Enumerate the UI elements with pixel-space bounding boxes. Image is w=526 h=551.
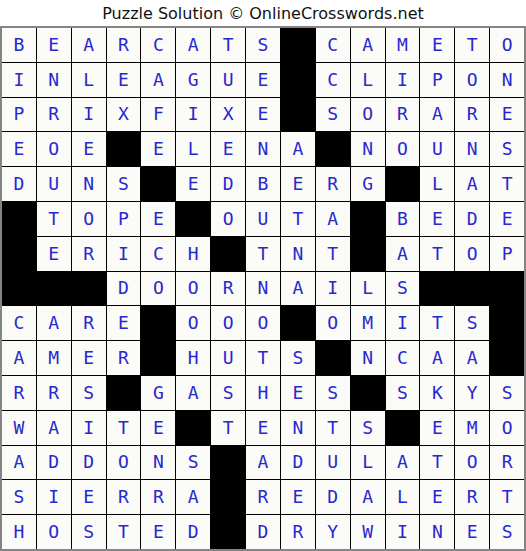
letter-cell: B	[386, 202, 420, 236]
letter-cell: X	[107, 98, 141, 132]
letter-cell: R	[107, 341, 141, 375]
black-cell	[490, 306, 524, 340]
black-cell	[211, 480, 245, 514]
letter-cell: N	[455, 132, 489, 166]
letter-cell: I	[2, 63, 36, 97]
letter-cell: M	[455, 411, 489, 445]
letter-cell: K	[420, 376, 454, 410]
letter-cell: C	[316, 28, 350, 62]
letter-cell: E	[455, 515, 489, 549]
letter-cell: O	[176, 306, 210, 340]
black-cell	[211, 515, 245, 549]
letter-cell: R	[72, 237, 106, 271]
letter-cell: N	[141, 446, 175, 480]
black-cell	[281, 98, 315, 132]
letter-cell: T	[246, 237, 280, 271]
letter-cell: O	[490, 411, 524, 445]
letter-cell: E	[107, 63, 141, 97]
letter-cell: E	[72, 341, 106, 375]
letter-cell: D	[455, 202, 489, 236]
letter-cell: O	[211, 202, 245, 236]
letter-cell: N	[281, 237, 315, 271]
letter-cell: S	[72, 515, 106, 549]
letter-cell: S	[490, 515, 524, 549]
letter-cell: E	[141, 202, 175, 236]
letter-cell: T	[37, 202, 71, 236]
letter-cell: A	[386, 446, 420, 480]
black-cell	[2, 237, 36, 271]
letter-cell: E	[281, 167, 315, 201]
letter-cell: A	[72, 28, 106, 62]
letter-cell: T	[246, 341, 280, 375]
letter-cell: O	[351, 98, 385, 132]
letter-cell: E	[420, 28, 454, 62]
letter-cell: T	[316, 237, 350, 271]
letter-cell: E	[141, 411, 175, 445]
letter-cell: P	[490, 237, 524, 271]
letter-cell: E	[246, 411, 280, 445]
letter-cell: E	[72, 480, 106, 514]
letter-cell: A	[281, 272, 315, 306]
letter-cell: T	[420, 237, 454, 271]
letter-cell: E	[211, 132, 245, 166]
letter-cell: O	[211, 306, 245, 340]
letter-cell: I	[386, 515, 420, 549]
letter-cell: C	[2, 306, 36, 340]
letter-cell: O	[72, 202, 106, 236]
letter-cell: E	[37, 28, 71, 62]
letter-cell: L	[351, 446, 385, 480]
letter-cell: A	[2, 341, 36, 375]
letter-cell: I	[72, 411, 106, 445]
letter-cell: R	[107, 480, 141, 514]
black-cell	[2, 272, 36, 306]
letter-cell: R	[246, 480, 280, 514]
letter-cell: O	[386, 132, 420, 166]
letter-cell: N	[351, 132, 385, 166]
letter-cell: D	[281, 446, 315, 480]
letter-cell: T	[107, 411, 141, 445]
letter-cell: N	[246, 132, 280, 166]
letter-cell: O	[37, 515, 71, 549]
letter-cell: O	[455, 446, 489, 480]
letter-cell: E	[72, 132, 106, 166]
letter-cell: S	[490, 132, 524, 166]
black-cell	[211, 446, 245, 480]
letter-cell: H	[176, 237, 210, 271]
letter-cell: S	[176, 446, 210, 480]
letter-cell: O	[455, 63, 489, 97]
letter-cell: N	[420, 515, 454, 549]
letter-cell: N	[37, 63, 71, 97]
black-cell	[72, 272, 106, 306]
letter-cell: R	[2, 376, 36, 410]
letter-cell: C	[141, 237, 175, 271]
letter-cell: T	[490, 480, 524, 514]
letter-cell: N	[72, 167, 106, 201]
letter-cell: A	[37, 306, 71, 340]
black-cell	[211, 237, 245, 271]
letter-cell: R	[72, 306, 106, 340]
crossword-grid: BEARCATSCAMETOINLEAGUECLIPONPRIXFIXESORA…	[0, 26, 526, 551]
letter-cell: O	[37, 132, 71, 166]
letter-cell: D	[316, 480, 350, 514]
letter-cell: H	[246, 376, 280, 410]
letter-cell: G	[351, 167, 385, 201]
letter-cell: F	[141, 98, 175, 132]
letter-cell: U	[37, 167, 71, 201]
letter-cell: A	[141, 63, 175, 97]
letter-cell: M	[386, 28, 420, 62]
letter-cell: L	[351, 272, 385, 306]
letter-cell: L	[420, 167, 454, 201]
letter-cell: A	[420, 98, 454, 132]
letter-cell: O	[316, 306, 350, 340]
letter-cell: S	[351, 411, 385, 445]
letter-cell: A	[420, 341, 454, 375]
letter-cell: A	[176, 28, 210, 62]
letter-cell: E	[246, 98, 280, 132]
letter-cell: T	[107, 515, 141, 549]
black-cell	[386, 167, 420, 201]
letter-cell: G	[176, 63, 210, 97]
black-cell	[141, 167, 175, 201]
letter-cell: U	[246, 202, 280, 236]
letter-cell: O	[455, 237, 489, 271]
letter-cell: O	[141, 272, 175, 306]
letter-cell: E	[490, 98, 524, 132]
letter-cell: E	[281, 480, 315, 514]
letter-cell: E	[107, 306, 141, 340]
letter-cell: R	[455, 98, 489, 132]
black-cell	[316, 341, 350, 375]
letter-cell: R	[107, 28, 141, 62]
letter-cell: E	[281, 376, 315, 410]
black-cell	[420, 272, 454, 306]
letter-cell: A	[455, 167, 489, 201]
letter-cell: S	[2, 480, 36, 514]
letter-cell: A	[351, 480, 385, 514]
black-cell	[316, 132, 350, 166]
letter-cell: N	[351, 341, 385, 375]
letter-cell: A	[316, 202, 350, 236]
letter-cell: E	[37, 237, 71, 271]
letter-cell: C	[386, 341, 420, 375]
letter-cell: S	[386, 272, 420, 306]
letter-cell: T	[490, 167, 524, 201]
letter-cell: R	[141, 480, 175, 514]
letter-cell: E	[420, 202, 454, 236]
black-cell	[176, 202, 210, 236]
black-cell	[141, 341, 175, 375]
letter-cell: B	[2, 28, 36, 62]
letter-cell: Y	[316, 515, 350, 549]
letter-cell: T	[211, 411, 245, 445]
black-cell	[141, 306, 175, 340]
letter-cell: S	[211, 376, 245, 410]
letter-cell: P	[420, 63, 454, 97]
letter-cell: R	[386, 98, 420, 132]
letter-cell: E	[246, 63, 280, 97]
black-cell	[281, 28, 315, 62]
letter-cell: A	[176, 376, 210, 410]
letter-cell: O	[246, 306, 280, 340]
letter-cell: O	[490, 28, 524, 62]
letter-cell: H	[176, 341, 210, 375]
letter-cell: A	[37, 411, 71, 445]
letter-cell: U	[420, 132, 454, 166]
letter-cell: D	[176, 515, 210, 549]
letter-cell: A	[351, 28, 385, 62]
letter-cell: D	[37, 446, 71, 480]
letter-cell: N	[490, 63, 524, 97]
black-cell	[351, 376, 385, 410]
letter-cell: I	[386, 63, 420, 97]
letter-cell: S	[490, 376, 524, 410]
letter-cell: S	[316, 98, 350, 132]
letter-cell: O	[176, 272, 210, 306]
letter-cell: W	[351, 515, 385, 549]
letter-cell: I	[37, 480, 71, 514]
letter-cell: I	[176, 98, 210, 132]
letter-cell: U	[316, 446, 350, 480]
letter-cell: A	[2, 446, 36, 480]
letter-cell: R	[37, 376, 71, 410]
letter-cell: W	[2, 411, 36, 445]
letter-cell: S	[316, 376, 350, 410]
letter-cell: R	[316, 167, 350, 201]
letter-cell: L	[351, 63, 385, 97]
black-cell	[386, 411, 420, 445]
letter-cell: D	[2, 167, 36, 201]
letter-cell: L	[72, 63, 106, 97]
black-cell	[2, 202, 36, 236]
puzzle-solution-page: Puzzle Solution © OnlineCrosswords.net B…	[0, 0, 526, 551]
letter-cell: I	[72, 98, 106, 132]
black-cell	[351, 237, 385, 271]
letter-cell: S	[386, 376, 420, 410]
letter-cell: E	[141, 132, 175, 166]
letter-cell: R	[211, 272, 245, 306]
letter-cell: B	[246, 167, 280, 201]
letter-cell: E	[490, 202, 524, 236]
letter-cell: E	[176, 167, 210, 201]
letter-cell: I	[316, 272, 350, 306]
letter-cell: D	[211, 167, 245, 201]
letter-cell: U	[211, 63, 245, 97]
letter-cell: E	[420, 480, 454, 514]
letter-cell: T	[281, 202, 315, 236]
black-cell	[37, 272, 71, 306]
black-cell	[281, 306, 315, 340]
letter-cell: X	[211, 98, 245, 132]
letter-cell: O	[107, 446, 141, 480]
black-cell	[107, 132, 141, 166]
black-cell	[176, 411, 210, 445]
letter-cell: R	[490, 446, 524, 480]
letter-cell: T	[455, 28, 489, 62]
letter-cell: T	[420, 306, 454, 340]
letter-cell: Y	[455, 376, 489, 410]
letter-cell: E	[2, 132, 36, 166]
letter-cell: E	[420, 411, 454, 445]
black-cell	[281, 63, 315, 97]
letter-cell: N	[246, 272, 280, 306]
letter-cell: S	[107, 167, 141, 201]
letter-cell: R	[455, 480, 489, 514]
letter-cell: N	[281, 411, 315, 445]
letter-cell: S	[455, 306, 489, 340]
letter-cell: I	[107, 237, 141, 271]
letter-cell: A	[281, 132, 315, 166]
letter-cell: T	[211, 28, 245, 62]
letter-cell: L	[176, 132, 210, 166]
letter-cell: I	[386, 306, 420, 340]
black-cell	[490, 272, 524, 306]
letter-cell: E	[141, 515, 175, 549]
page-title: Puzzle Solution © OnlineCrosswords.net	[0, 0, 526, 26]
letter-cell: H	[2, 515, 36, 549]
letter-cell: T	[316, 411, 350, 445]
letter-cell: T	[420, 446, 454, 480]
black-cell	[351, 202, 385, 236]
letter-cell: D	[246, 515, 280, 549]
letter-cell: S	[72, 376, 106, 410]
letter-cell: D	[107, 272, 141, 306]
letter-cell: U	[211, 341, 245, 375]
letter-cell: A	[246, 446, 280, 480]
letter-cell: C	[316, 63, 350, 97]
letter-cell: G	[141, 376, 175, 410]
black-cell	[490, 341, 524, 375]
letter-cell: A	[455, 341, 489, 375]
letter-cell: A	[176, 480, 210, 514]
letter-cell: R	[37, 98, 71, 132]
black-cell	[455, 272, 489, 306]
letter-cell: P	[107, 202, 141, 236]
letter-cell: S	[281, 341, 315, 375]
letter-cell: M	[37, 341, 71, 375]
letter-cell: P	[2, 98, 36, 132]
letter-cell: A	[386, 237, 420, 271]
black-cell	[107, 376, 141, 410]
letter-cell: D	[72, 446, 106, 480]
letter-cell: C	[141, 28, 175, 62]
letter-cell: S	[246, 28, 280, 62]
letter-cell: L	[386, 480, 420, 514]
letter-cell: R	[281, 515, 315, 549]
letter-cell: M	[351, 306, 385, 340]
